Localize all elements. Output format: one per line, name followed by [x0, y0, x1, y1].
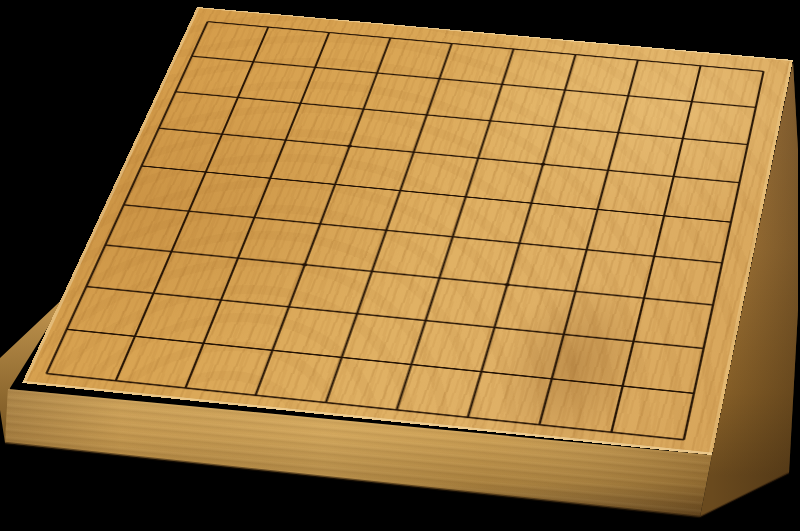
square-5d[interactable] [400, 152, 478, 197]
square-1i[interactable] [611, 386, 693, 440]
square-4i[interactable] [397, 364, 482, 417]
square-2h[interactable] [552, 334, 634, 386]
square-4e[interactable] [453, 197, 532, 243]
square-3d[interactable] [531, 164, 608, 209]
square-4h[interactable] [411, 321, 494, 372]
square-2e[interactable] [587, 209, 664, 256]
square-5b[interactable] [427, 79, 502, 121]
square-2d[interactable] [598, 170, 674, 215]
square-2i[interactable] [539, 379, 622, 432]
square-3a[interactable] [565, 55, 638, 96]
square-4d[interactable] [466, 158, 543, 203]
square-5a[interactable] [439, 43, 513, 84]
square-1a[interactable] [692, 66, 764, 108]
square-4a[interactable] [502, 49, 575, 90]
square-1f[interactable] [644, 256, 722, 305]
square-3h[interactable] [481, 327, 563, 378]
square-3c[interactable] [543, 127, 618, 171]
square-4b[interactable] [490, 84, 565, 126]
square-1c[interactable] [674, 138, 748, 182]
square-3f[interactable] [507, 243, 586, 291]
square-3g[interactable] [495, 285, 576, 335]
square-1d[interactable] [664, 177, 739, 223]
square-2b[interactable] [618, 96, 691, 139]
square-1g[interactable] [633, 298, 712, 348]
square-1b[interactable] [683, 102, 756, 145]
square-4f[interactable] [439, 237, 519, 285]
board-photo-scene [0, 0, 800, 531]
square-3i[interactable] [468, 372, 552, 425]
square-4c[interactable] [478, 121, 554, 165]
square-3b[interactable] [554, 90, 628, 132]
square-2f[interactable] [575, 250, 654, 298]
square-2a[interactable] [628, 60, 700, 101]
square-1h[interactable] [623, 341, 704, 393]
square-2g[interactable] [564, 291, 644, 341]
square-1e[interactable] [654, 216, 731, 263]
square-5c[interactable] [414, 115, 491, 158]
square-2c[interactable] [608, 133, 683, 177]
square-4g[interactable] [426, 278, 508, 327]
square-3e[interactable] [520, 203, 598, 250]
